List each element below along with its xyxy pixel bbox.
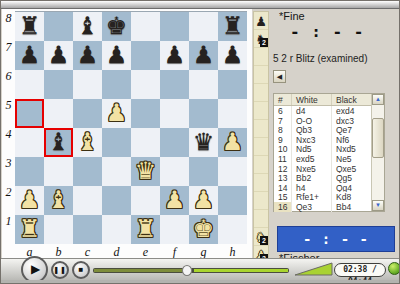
- move-row-9[interactable]: 9Nxc3Nf6: [274, 135, 384, 145]
- square-a7[interactable]: ♟: [15, 41, 44, 70]
- move-number[interactable]: 7: [274, 116, 292, 126]
- file-label-g: g: [189, 245, 218, 259]
- move-row-13[interactable]: 13Bb2Qg5: [274, 173, 384, 183]
- move-number[interactable]: 6: [274, 106, 292, 116]
- white-queen-e3: ♛: [131, 157, 160, 186]
- square-g8[interactable]: [189, 12, 218, 41]
- captured-cell: [254, 156, 268, 174]
- play-icon: ▶: [31, 262, 40, 276]
- black-move[interactable]: Qe7: [332, 125, 372, 135]
- black-move[interactable]: dxc3: [332, 116, 372, 126]
- black-bishop-c8: ♝: [73, 12, 102, 41]
- move-number[interactable]: 16: [274, 202, 292, 212]
- move-row-16[interactable]: 16Qe3Bb4: [274, 202, 384, 212]
- scroll-up-button[interactable]: ▲: [372, 94, 384, 105]
- move-number[interactable]: 12: [274, 164, 292, 174]
- square-d8[interactable]: ♚: [102, 12, 131, 41]
- white-pawn-a2: ♟: [15, 186, 44, 215]
- black-move[interactable]: Nxd5: [332, 144, 372, 154]
- move-number[interactable]: 10: [274, 144, 292, 154]
- square-f8[interactable]: [160, 12, 189, 41]
- board-area: 87654321 ♜♝♚♜♟♟♟♟♟♟♟♟♝♝♛♟♛♟♝♟♟♜♜♚ abcdef…: [2, 9, 252, 258]
- black-move[interactable]: Bb4: [332, 202, 372, 212]
- file-label-d: d: [102, 245, 131, 259]
- white-rook-a1: ♜: [15, 215, 44, 244]
- file-label-e: e: [131, 245, 160, 259]
- square-b2[interactable]: ♝: [44, 186, 73, 215]
- chess-board[interactable]: ♜♝♚♜♟♟♟♟♟♟♟♟♝♝♛♟♛♟♝♟♟♜♜♚: [15, 11, 247, 243]
- white-move[interactable]: Qb3: [292, 125, 332, 135]
- rank-label-7: 7: [2, 40, 15, 69]
- white-rook-e1: ♜: [131, 215, 160, 244]
- rank-label-6: 6: [2, 69, 15, 98]
- square-h6[interactable]: [218, 70, 247, 99]
- square-h3[interactable]: [218, 157, 247, 186]
- black-rook-a8: ♜: [15, 12, 44, 41]
- white-move[interactable]: Bb2: [292, 173, 332, 183]
- square-a6[interactable]: [15, 70, 44, 99]
- move-row-10[interactable]: 10Nd5Nxd5: [274, 144, 384, 154]
- square-b6[interactable]: [44, 70, 73, 99]
- square-d3[interactable]: [102, 157, 131, 186]
- square-h7[interactable]: ♟: [218, 41, 247, 70]
- square-c5[interactable]: [73, 99, 102, 128]
- square-a1[interactable]: ♜: [15, 215, 44, 244]
- move-list-header: # White Black: [274, 94, 384, 106]
- capture-count-badge: 2: [260, 236, 268, 245]
- square-d4[interactable]: [102, 128, 131, 157]
- square-e4[interactable]: [131, 128, 160, 157]
- col-move-number: #: [274, 94, 292, 105]
- square-c8[interactable]: ♝: [73, 12, 102, 41]
- white-move[interactable]: d4: [292, 106, 332, 116]
- black-move[interactable]: Ne5: [332, 154, 372, 164]
- event-description: 5 2 r Blitz (examined): [273, 53, 367, 64]
- square-g7[interactable]: ♟: [189, 41, 218, 70]
- move-number[interactable]: 11: [274, 154, 292, 164]
- white-move[interactable]: Qe3: [292, 202, 332, 212]
- square-d6[interactable]: [102, 70, 131, 99]
- white-move[interactable]: Rfe1+: [292, 192, 332, 202]
- black-pawn-g7: ♟: [189, 41, 218, 70]
- square-h1[interactable]: [218, 215, 247, 244]
- square-c1[interactable]: [73, 215, 102, 244]
- square-f2[interactable]: ♟: [160, 186, 189, 215]
- white-pawn-d5: ♟: [102, 99, 131, 128]
- move-number[interactable]: 15: [274, 192, 292, 202]
- play-button[interactable]: ▶: [21, 256, 48, 283]
- square-b8[interactable]: [44, 12, 73, 41]
- move-row-11[interactable]: 11exd5Ne5: [274, 154, 384, 164]
- captured-cell: [254, 210, 268, 228]
- scroll-down-icon: ▼: [375, 202, 381, 208]
- square-f1[interactable]: [160, 215, 189, 244]
- square-c4[interactable]: ♝: [73, 128, 102, 157]
- black-move[interactable]: Nf6: [332, 135, 372, 145]
- collapse-button[interactable]: ◀: [273, 70, 286, 83]
- black-pawn-h7: ♟: [218, 41, 247, 70]
- square-b1[interactable]: [44, 215, 73, 244]
- capture-count-badge: 2: [260, 38, 268, 47]
- white-pawn-h4: ♟: [218, 128, 247, 157]
- window-bottom-edge: [1, 280, 399, 283]
- square-h8[interactable]: ♜: [218, 12, 247, 41]
- white-pawn-g2: ♟: [189, 186, 218, 215]
- move-list-body: 6d4exd47O-Odxc38Qb3Qe79Nxc3Nf610Nd5Nxd51…: [274, 106, 384, 212]
- file-label-b: b: [44, 245, 73, 259]
- square-g4[interactable]: ♛: [189, 128, 218, 157]
- square-b4[interactable]: ♝: [44, 128, 73, 157]
- black-queen-g4: ♛: [189, 128, 218, 157]
- volume-wedge-icon[interactable]: [295, 262, 333, 276]
- white-king-g1: ♚: [189, 215, 218, 244]
- square-e2[interactable]: [131, 186, 160, 215]
- move-row-15[interactable]: 15Rfe1+Kd8: [274, 192, 384, 202]
- square-g6[interactable]: [189, 70, 218, 99]
- col-white: White: [292, 94, 332, 105]
- square-g2[interactable]: ♟: [189, 186, 218, 215]
- app-logo-orb-icon[interactable]: [388, 262, 400, 275]
- square-a2[interactable]: ♟: [15, 186, 44, 215]
- seek-bar[interactable]: [93, 268, 289, 273]
- file-labels: abcdefgh: [15, 245, 247, 259]
- black-pawn-f7: ♟: [160, 41, 189, 70]
- square-f3[interactable]: [160, 157, 189, 186]
- white-move[interactable]: Nxc3: [292, 135, 332, 145]
- black-rook-h8: ♜: [218, 12, 247, 41]
- move-number[interactable]: 8: [274, 125, 292, 135]
- top-player-clock: - : - -: [290, 22, 364, 41]
- captured-cell: [254, 66, 268, 84]
- white-move[interactable]: O-O: [292, 116, 332, 126]
- square-b5[interactable]: [44, 99, 73, 128]
- black-pawn-b7: ♟: [44, 41, 73, 70]
- square-d2[interactable]: [102, 186, 131, 215]
- white-bishop-b2: ♝: [44, 186, 73, 215]
- rank-label-5: 5: [2, 98, 15, 127]
- black-king-d8: ♚: [102, 12, 131, 41]
- move-row-12[interactable]: 12Nxe5Qxe5: [274, 164, 384, 174]
- square-g3[interactable]: [189, 157, 218, 186]
- scrollbar-thumb[interactable]: [372, 118, 384, 158]
- square-c6[interactable]: [73, 70, 102, 99]
- square-f7[interactable]: ♟: [160, 41, 189, 70]
- square-c7[interactable]: ♟: [73, 41, 102, 70]
- captured-cell: [254, 120, 268, 138]
- square-e8[interactable]: [131, 12, 160, 41]
- spin-left-icon: ◀: [277, 73, 282, 80]
- seek-remaining: [194, 269, 288, 272]
- move-number[interactable]: 9: [274, 135, 292, 145]
- black-pawn-a7: ♟: [15, 41, 44, 70]
- rank-label-4: 4: [2, 127, 15, 156]
- square-a4[interactable]: [15, 128, 44, 157]
- rank-label-1: 1: [2, 214, 15, 243]
- black-pawn-c7: ♟: [73, 41, 102, 70]
- bottom-player-clock-active: - : - -: [277, 226, 395, 252]
- pause-icon: ❚❚: [53, 266, 67, 273]
- black-bishop-b4: ♝: [44, 128, 73, 157]
- top-player-name: *Fine: [279, 10, 305, 22]
- square-c2[interactable]: [73, 186, 102, 215]
- move-number[interactable]: 13: [274, 173, 292, 183]
- time-display: 02:38 / 04:44: [334, 263, 386, 277]
- square-f4[interactable]: [160, 128, 189, 157]
- square-h2[interactable]: [218, 186, 247, 215]
- square-h5[interactable]: [218, 99, 247, 128]
- black-pawn-d7: ♟: [102, 41, 131, 70]
- move-list-table: # White Black 6d4exd47O-Odxc38Qb3Qe79Nxc…: [273, 93, 385, 212]
- white-move[interactable]: h4: [292, 183, 332, 193]
- black-move[interactable]: Qg5: [332, 173, 372, 183]
- file-label-f: f: [160, 245, 189, 259]
- captured-cell: [254, 192, 268, 210]
- scroll-down-button[interactable]: ▼: [372, 200, 384, 211]
- move-list-scrollbar[interactable]: ▲ ▼: [371, 94, 384, 211]
- move-row-14[interactable]: 14h4Qg4: [274, 183, 384, 193]
- white-move[interactable]: Nd5: [292, 144, 332, 154]
- captured-cell: [254, 84, 268, 102]
- square-g1[interactable]: ♚: [189, 215, 218, 244]
- captured-cell: [254, 174, 268, 192]
- square-b7[interactable]: ♟: [44, 41, 73, 70]
- white-move[interactable]: Nxe5: [292, 164, 332, 174]
- square-a5[interactable]: [15, 99, 44, 128]
- captured-cell: ♟: [254, 12, 268, 30]
- rank-label-3: 3: [2, 156, 15, 185]
- captured-cell: [254, 48, 268, 66]
- square-c3[interactable]: [73, 157, 102, 186]
- seek-elapsed: [94, 269, 186, 272]
- playback-toolbar: ▶ ❚❚ ■ 02:38 / 04:44: [1, 258, 400, 282]
- file-label-h: h: [218, 245, 247, 259]
- chess-video-player-window: 87654321 ♜♝♚♜♟♟♟♟♟♟♟♟♝♝♛♟♛♟♝♟♟♜♜♚ abcdef…: [0, 0, 400, 284]
- col-black: Black: [332, 94, 372, 105]
- captured-pieces-tray: ♟♞2♞2♟3: [253, 11, 269, 263]
- square-d5[interactable]: ♟: [102, 99, 131, 128]
- square-b3[interactable]: [44, 157, 73, 186]
- black-move[interactable]: Qxe5: [332, 164, 372, 174]
- white-move[interactable]: exd5: [292, 154, 332, 164]
- square-h4[interactable]: ♟: [218, 128, 247, 157]
- square-d7[interactable]: ♟: [102, 41, 131, 70]
- square-f5[interactable]: [160, 99, 189, 128]
- move-number[interactable]: 14: [274, 183, 292, 193]
- white-pawn-f2: ♟: [160, 186, 189, 215]
- captured-cell: ♞2: [254, 30, 268, 48]
- square-a3[interactable]: [15, 157, 44, 186]
- square-e7[interactable]: [131, 41, 160, 70]
- window-top-edge: [1, 1, 399, 9]
- square-e3[interactable]: ♛: [131, 157, 160, 186]
- file-label-c: c: [73, 245, 102, 259]
- captured-cell: [254, 138, 268, 156]
- pause-button[interactable]: ❚❚: [51, 261, 69, 279]
- black-move[interactable]: Qg4: [332, 183, 372, 193]
- captured-cell: [254, 102, 268, 120]
- seek-thumb[interactable]: [182, 265, 192, 276]
- square-a8[interactable]: ♜: [15, 12, 44, 41]
- captured-cell: ♞2: [254, 228, 268, 246]
- move-row-8[interactable]: 8Qb3Qe7: [274, 125, 384, 135]
- black-pawn-captured-icon: ♟: [255, 14, 267, 29]
- scroll-up-icon: ▲: [375, 96, 381, 102]
- white-bishop-c4: ♝: [73, 128, 102, 157]
- rank-label-8: 8: [2, 11, 15, 40]
- stop-icon: ■: [79, 265, 84, 274]
- move-row-7[interactable]: 7O-Odxc3: [274, 116, 384, 126]
- square-d1[interactable]: [102, 215, 131, 244]
- black-move[interactable]: Kd8: [332, 192, 372, 202]
- square-g5[interactable]: [189, 99, 218, 128]
- square-e1[interactable]: ♜: [131, 215, 160, 244]
- stop-button[interactable]: ■: [72, 261, 90, 279]
- square-f6[interactable]: [160, 70, 189, 99]
- square-e5[interactable]: [131, 99, 160, 128]
- move-row-6[interactable]: 6d4exd4: [274, 106, 384, 116]
- black-move[interactable]: exd4: [332, 106, 372, 116]
- square-e6[interactable]: [131, 70, 160, 99]
- rank-labels: 87654321: [2, 11, 15, 243]
- rank-label-2: 2: [2, 185, 15, 214]
